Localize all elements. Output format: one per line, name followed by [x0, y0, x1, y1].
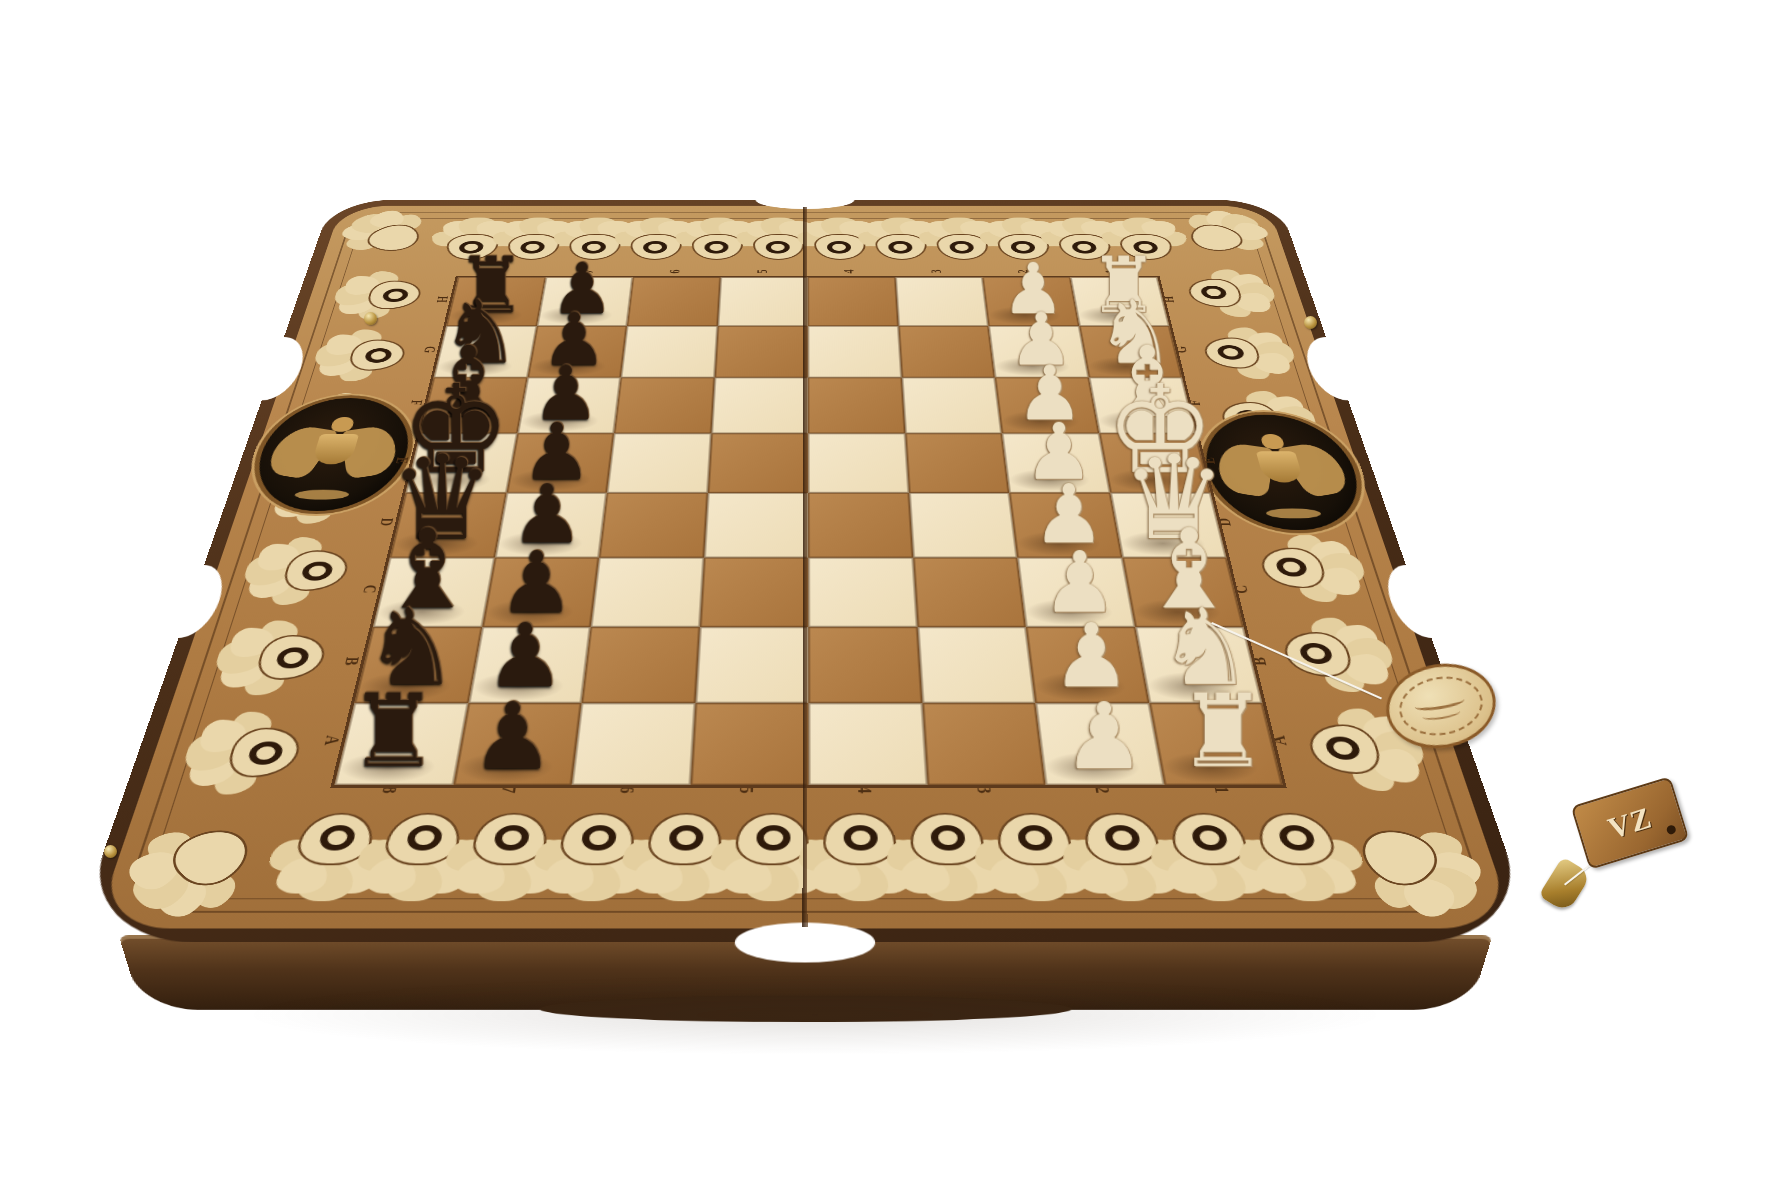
ornament-motif [633, 813, 727, 909]
silhouette-notch [734, 923, 876, 963]
piece-black-rook[interactable]: ♜ [349, 684, 440, 780]
square-b4[interactable] [808, 627, 922, 703]
ornament-motif [303, 336, 409, 373]
brass-pin [104, 845, 117, 858]
square-e6[interactable] [607, 433, 711, 493]
ornament-motif [723, 813, 813, 909]
square-d3[interactable] [909, 493, 1018, 557]
piece-white-pawn[interactable]: ♟ [1063, 693, 1145, 780]
square-a1[interactable]: ♜ [1149, 703, 1283, 785]
square-c6[interactable] [591, 557, 704, 627]
ornament-motif [625, 214, 691, 260]
ornament-motif [1201, 336, 1307, 373]
square-a3[interactable] [922, 703, 1046, 785]
photo-of-chess-set: 8765432187654321ABCDEFGHABCDEFGH ♜♟♟♜♞♟♟… [0, 0, 1792, 1200]
ornament-motif [813, 813, 904, 909]
square-a6[interactable] [572, 703, 695, 785]
ornament-motif [986, 813, 1085, 909]
square-h6[interactable] [627, 277, 720, 325]
ornament-motif [931, 214, 997, 260]
ornament-motif [687, 214, 751, 260]
ornament-motif [749, 214, 811, 260]
brass-pin [1304, 316, 1317, 329]
square-a2[interactable]: ♟ [1035, 703, 1164, 785]
square-a7[interactable]: ♟ [453, 703, 581, 785]
square-d5[interactable] [704, 493, 809, 557]
ornament-motif [201, 629, 331, 683]
cast-shadow [240, 975, 1390, 1055]
square-e3[interactable] [905, 433, 1009, 493]
square-a8[interactable]: ♜ [334, 703, 467, 785]
piece-white-rook[interactable]: ♜ [1177, 684, 1268, 780]
ornament-motif [1279, 629, 1409, 683]
ornament-motif [168, 721, 306, 780]
square-c3[interactable] [913, 557, 1026, 627]
square-d6[interactable] [599, 493, 707, 557]
square-h5[interactable] [717, 277, 807, 325]
square-b5[interactable] [695, 627, 808, 703]
square-a4[interactable] [808, 703, 927, 785]
square-c4[interactable] [808, 557, 917, 627]
ornament-motif [871, 214, 935, 260]
square-b6[interactable] [581, 627, 699, 703]
square-d4[interactable] [808, 493, 913, 557]
square-b3[interactable] [917, 627, 1035, 703]
chess-board-case: 8765432187654321ABCDEFGHABCDEFGH ♜♟♟♜♞♟♟… [72, 200, 1538, 943]
square-e5[interactable] [707, 433, 808, 493]
ornament-motif [230, 545, 353, 594]
ornament-motif [899, 813, 994, 909]
chess-grid: ♜♟♟♜♞♟♟♞♝♟♟♝♚♟♟♚♛♟♟♛♝♟♟♝♞♟♟♞♜♟♟♜ [330, 276, 1286, 788]
ornament-motif [543, 813, 641, 909]
square-c5[interactable] [699, 557, 808, 627]
tag-hole [1666, 824, 1677, 835]
square-e4[interactable] [808, 433, 909, 493]
brass-pin [364, 312, 377, 325]
piece-black-pawn[interactable]: ♟ [471, 693, 553, 780]
maker-monogram: VZ [1604, 800, 1656, 845]
ornament-motif [1256, 545, 1379, 594]
square-h3[interactable] [895, 277, 988, 325]
square-h4[interactable] [808, 277, 898, 325]
square-a5[interactable] [690, 703, 809, 785]
ornament-motif [811, 214, 873, 260]
ornament-motif [452, 813, 555, 909]
